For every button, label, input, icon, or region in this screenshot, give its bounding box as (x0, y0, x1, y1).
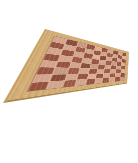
board-square (75, 79, 86, 86)
board-square (110, 73, 116, 77)
board-square (102, 78, 109, 83)
board-square (36, 67, 55, 74)
board-square (28, 82, 49, 91)
board-square (107, 53, 113, 57)
board-square (111, 61, 116, 65)
board-square (121, 70, 125, 74)
checkerboard-field (26, 36, 126, 92)
board-square (120, 77, 125, 81)
board-square (113, 51, 118, 55)
board-square (86, 79, 95, 85)
board-square (80, 63, 90, 68)
board-square (56, 61, 71, 67)
board-square (87, 74, 96, 79)
board-square (63, 80, 77, 87)
board-square (40, 60, 58, 67)
rug-board (3, 29, 129, 103)
product-photo-canvas (0, 0, 138, 163)
board-square (53, 68, 68, 74)
board-square (90, 64, 98, 69)
board-square (47, 81, 64, 89)
board-square (122, 56, 126, 60)
board-square (71, 57, 82, 63)
board-square (67, 68, 80, 74)
